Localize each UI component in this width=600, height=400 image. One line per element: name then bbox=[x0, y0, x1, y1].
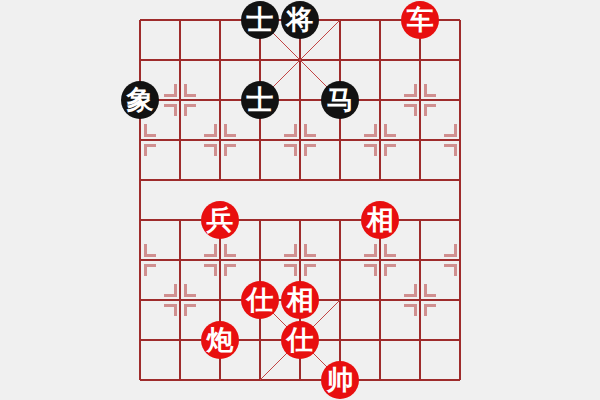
piece-glyph: 帅 bbox=[327, 366, 354, 393]
piece-glyph: 士 bbox=[247, 86, 274, 113]
piece-glyph: 仕 bbox=[287, 326, 314, 353]
red-elephant[interactable]: 相 bbox=[361, 201, 399, 239]
red-general[interactable]: 帅 bbox=[321, 361, 359, 399]
red-elephant[interactable]: 相 bbox=[281, 281, 319, 319]
pieces-layer: 士将车象士马兵相仕相炮仕帅 bbox=[120, 0, 480, 400]
piece-glyph: 车 bbox=[407, 6, 434, 33]
black-advisor[interactable]: 士 bbox=[241, 1, 279, 39]
piece-glyph: 象 bbox=[127, 86, 154, 113]
black-advisor[interactable]: 士 bbox=[241, 81, 279, 119]
red-advisor[interactable]: 仕 bbox=[281, 321, 319, 359]
black-elephant[interactable]: 象 bbox=[121, 81, 159, 119]
black-general[interactable]: 将 bbox=[281, 1, 319, 39]
red-soldier[interactable]: 兵 bbox=[201, 201, 239, 239]
piece-glyph: 士 bbox=[247, 6, 274, 33]
xiangqi-board: 士将车象士马兵相仕相炮仕帅 bbox=[0, 0, 600, 400]
piece-glyph: 炮 bbox=[207, 326, 234, 353]
red-cannon[interactable]: 炮 bbox=[201, 321, 239, 359]
piece-glyph: 相 bbox=[287, 286, 314, 313]
piece-glyph: 相 bbox=[367, 206, 394, 233]
red-advisor[interactable]: 仕 bbox=[241, 281, 279, 319]
red-chariot[interactable]: 车 bbox=[401, 1, 439, 39]
piece-glyph: 将 bbox=[287, 6, 314, 33]
piece-glyph: 仕 bbox=[247, 286, 274, 313]
piece-glyph: 马 bbox=[327, 86, 354, 113]
piece-glyph: 兵 bbox=[207, 206, 234, 233]
black-horse[interactable]: 马 bbox=[321, 81, 359, 119]
